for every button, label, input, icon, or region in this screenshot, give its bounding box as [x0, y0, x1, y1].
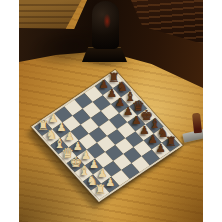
statue-figurine	[81, 0, 129, 68]
pillarbox-right	[203, 0, 222, 222]
photo-area: ♜♞♝♛♚♝♞♜♟♟♟♟♟♟♟♟♟♟♟♟♟♟♟♟♜♞♝♛♚♝♞♜	[19, 0, 203, 222]
pillarbox-left	[0, 0, 19, 222]
table-object	[183, 112, 203, 144]
statue-base	[82, 47, 127, 62]
black-rook-a8: ♜	[107, 71, 120, 84]
statue-body	[92, 1, 119, 49]
screenshot-canvas: ♜♞♝♛♚♝♞♜♟♟♟♟♟♟♟♟♟♟♟♟♟♟♟♟♜♞♝♛♚♝♞♜	[0, 0, 222, 222]
board-wrap: ♜♞♝♛♚♝♞♜♟♟♟♟♟♟♟♟♟♟♟♟♟♟♟♟♜♞♝♛♚♝♞♜	[31, 70, 183, 202]
table-object-top	[192, 113, 202, 134]
chess-board: ♜♞♝♛♚♝♞♜♟♟♟♟♟♟♟♟♟♟♟♟♟♟♟♟♜♞♝♛♚♝♞♜	[31, 70, 183, 202]
